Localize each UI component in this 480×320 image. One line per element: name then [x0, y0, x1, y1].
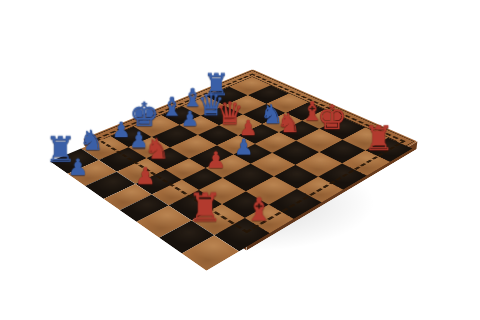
product-photo: ♜♟♞♟♟♚♝♟♟♝♛♜♞♟♞♝♟♛♟♞♜♝♚♜	[0, 0, 480, 320]
